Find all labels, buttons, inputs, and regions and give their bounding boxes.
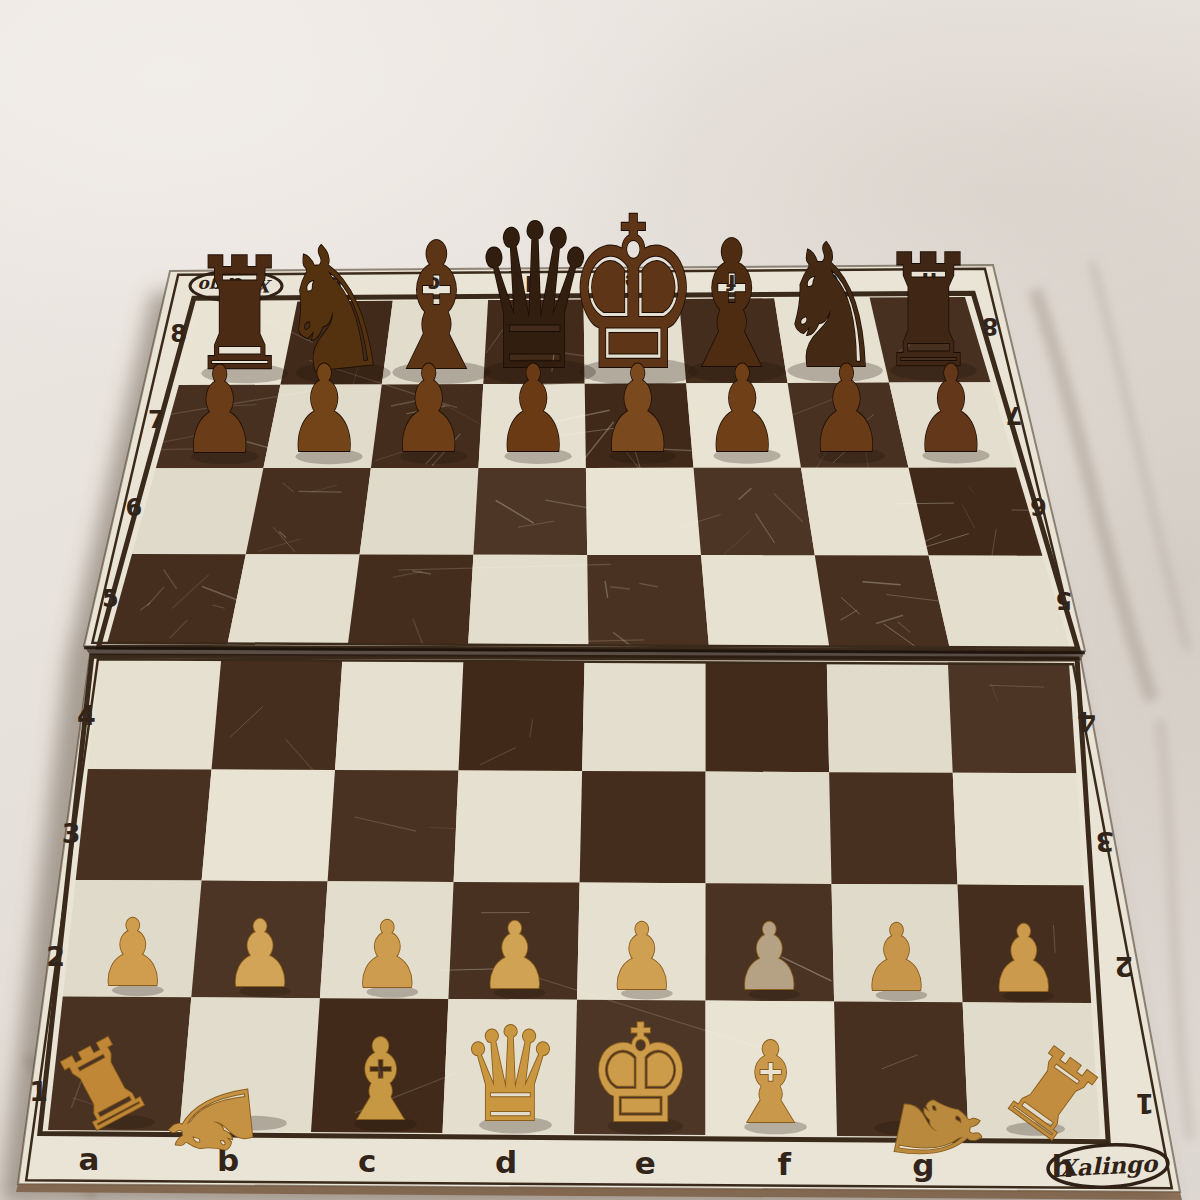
rank-label-left-6: 6 xyxy=(125,494,142,522)
square-e3 xyxy=(580,771,706,883)
piece-black-pawn-h7: ♟ xyxy=(912,339,989,479)
piece-white-knight-b1: ♞ xyxy=(142,1070,281,1173)
square-d5 xyxy=(468,555,588,646)
square-f3 xyxy=(706,772,832,884)
piece-white-pawn-c2: ♟ xyxy=(351,902,424,1008)
piece-white-pawn-f2: ♟ xyxy=(733,904,806,1010)
square-g3 xyxy=(829,772,957,884)
piece-black-pawn-b7: ♟ xyxy=(285,340,362,480)
scratch-mark xyxy=(298,491,341,492)
piece-white-king-e1: ♚ xyxy=(587,996,693,1153)
rank-label-right-2: 2 xyxy=(1115,951,1134,982)
fabric-crease xyxy=(1160,720,1190,1140)
square-a3 xyxy=(76,769,212,881)
square-b4 xyxy=(212,660,343,770)
square-f5 xyxy=(701,555,829,647)
piece-white-pawn-a2: ♟ xyxy=(97,900,170,1006)
square-c6 xyxy=(360,468,479,555)
piece-black-pawn-g7: ♟ xyxy=(808,339,885,479)
piece-black-pawn-d7: ♟ xyxy=(494,340,571,480)
square-f6 xyxy=(694,468,815,556)
piece-white-queen-d1: ♛ xyxy=(459,999,562,1151)
square-e4 xyxy=(582,662,706,772)
file-label-bottom-c: c xyxy=(358,1143,376,1179)
piece-black-pawn-c7: ♟ xyxy=(390,340,467,480)
fabric-crease xyxy=(1092,262,1188,650)
square-f4 xyxy=(706,662,830,772)
rank-label-left-1: 1 xyxy=(29,1076,48,1107)
piece-white-pawn-h2: ♟ xyxy=(987,906,1060,1012)
square-g5 xyxy=(815,555,950,647)
square-g4 xyxy=(827,662,953,772)
piece-black-pawn-a7: ♟ xyxy=(181,340,258,480)
rank-label-left-4: 4 xyxy=(77,700,96,731)
square-a4 xyxy=(88,660,221,770)
square-c4 xyxy=(335,661,463,771)
rank-label-right-7: 7 xyxy=(1006,401,1023,429)
rank-label-right-1: 1 xyxy=(1135,1088,1154,1119)
square-h3 xyxy=(953,773,1084,886)
square-g6 xyxy=(801,468,929,556)
square-h4 xyxy=(948,663,1076,774)
square-e6 xyxy=(586,468,701,555)
photo-of-chessboard-on-sheet: 44332211abcdefghXalingo88776655abcdefghX… xyxy=(0,0,1200,1200)
rank-label-left-2: 2 xyxy=(46,941,65,972)
piece-black-pawn-e7: ♟ xyxy=(599,340,676,480)
square-d4 xyxy=(459,661,585,771)
piece-white-pawn-e2: ♟ xyxy=(606,904,679,1010)
rank-label-right-6: 6 xyxy=(1030,492,1047,520)
chessboard-photo: 44332211abcdefghXalingo88776655abcdefghX… xyxy=(0,0,1200,1200)
square-e5 xyxy=(587,555,709,647)
rank-label-right-3: 3 xyxy=(1096,826,1115,857)
square-b3 xyxy=(202,770,335,882)
rank-label-left-3: 3 xyxy=(62,818,81,849)
piece-white-bishop-f1: ♝ xyxy=(726,1018,814,1149)
square-b5 xyxy=(227,554,359,645)
rank-label-left-7: 7 xyxy=(148,406,165,434)
piece-white-pawn-g2: ♟ xyxy=(860,905,933,1011)
square-d6 xyxy=(473,468,587,555)
square-d3 xyxy=(454,771,582,883)
rank-label-right-4: 4 xyxy=(1077,706,1096,737)
rank-label-right-8: 8 xyxy=(982,312,999,340)
piece-white-pawn-d2: ♟ xyxy=(478,903,551,1009)
piece-black-pawn-f7: ♟ xyxy=(703,340,780,480)
file-label-bottom-f: f xyxy=(778,1146,792,1182)
square-b6 xyxy=(246,468,371,554)
rank-label-right-5: 5 xyxy=(1056,586,1073,614)
rank-label-left-5: 5 xyxy=(102,585,119,613)
piece-white-bishop-c1: ♝ xyxy=(336,1015,424,1146)
piece-white-pawn-b2: ♟ xyxy=(224,901,297,1007)
